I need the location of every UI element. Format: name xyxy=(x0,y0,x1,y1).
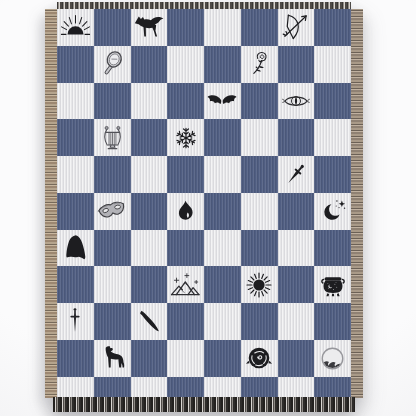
square-r11c6 xyxy=(241,377,278,398)
dagger-icon xyxy=(280,159,311,190)
square-r10c5 xyxy=(204,340,241,377)
square-r3c6 xyxy=(241,83,278,120)
square-r3c5 xyxy=(204,83,241,120)
square-r2c7 xyxy=(278,46,315,83)
square-r7c1 xyxy=(57,230,94,267)
square-r11c7 xyxy=(278,377,315,398)
square-r1c2 xyxy=(94,9,131,46)
square-r11c5 xyxy=(204,377,241,398)
square-r10c6 xyxy=(241,340,278,377)
square-r8c8 xyxy=(314,266,351,303)
square-r10c8 xyxy=(314,340,351,377)
square-r7c4 xyxy=(167,230,204,267)
square-r8c7 xyxy=(278,266,315,303)
square-r8c4 xyxy=(167,266,204,303)
square-r10c4 xyxy=(167,340,204,377)
sword-icon xyxy=(59,305,91,337)
cauldron-icon xyxy=(316,268,350,302)
square-r4c2 xyxy=(94,119,131,156)
square-r9c7 xyxy=(278,303,315,340)
square-r5c6 xyxy=(241,156,278,193)
square-r1c1 xyxy=(57,9,94,46)
square-r1c8 xyxy=(314,9,351,46)
square-r5c2 xyxy=(94,156,131,193)
square-r1c7 xyxy=(278,9,315,46)
square-r4c3 xyxy=(131,119,168,156)
square-r6c1 xyxy=(57,193,94,230)
square-r3c7 xyxy=(278,83,315,120)
square-r9c6 xyxy=(241,303,278,340)
square-r4c1 xyxy=(57,119,94,156)
square-r1c5 xyxy=(204,9,241,46)
product-photo-background xyxy=(0,0,416,416)
square-r8c5 xyxy=(204,266,241,303)
square-r7c2 xyxy=(94,230,131,267)
square-r7c5 xyxy=(204,230,241,267)
rose-stem-icon xyxy=(243,48,275,80)
sun-icon xyxy=(243,269,275,301)
square-r11c8 xyxy=(314,377,351,398)
square-r11c4 xyxy=(167,377,204,398)
square-r2c5 xyxy=(204,46,241,83)
square-r10c3 xyxy=(131,340,168,377)
rising-sun-icon xyxy=(59,11,92,44)
square-r2c6 xyxy=(241,46,278,83)
square-r11c3 xyxy=(131,377,168,398)
square-r6c8 xyxy=(314,193,351,230)
square-r1c4 xyxy=(167,9,204,46)
square-r10c1 xyxy=(57,340,94,377)
square-r2c3 xyxy=(131,46,168,83)
bow-and-arrow-icon xyxy=(279,11,312,44)
square-r1c6 xyxy=(241,9,278,46)
square-r6c4 xyxy=(167,193,204,230)
square-r7c8 xyxy=(314,230,351,267)
square-r7c6 xyxy=(241,230,278,267)
square-r6c2 xyxy=(94,193,131,230)
square-r4c6 xyxy=(241,119,278,156)
fox-icon xyxy=(132,10,166,44)
moon-waves-icon xyxy=(316,342,349,375)
square-r2c2 xyxy=(94,46,131,83)
checkerboard xyxy=(57,9,351,397)
square-r9c8 xyxy=(314,303,351,340)
lyre-icon xyxy=(96,121,129,154)
square-r7c3 xyxy=(131,230,168,267)
square-r2c1 xyxy=(57,46,94,83)
masquerade-mask-icon xyxy=(95,194,129,228)
square-r11c1 xyxy=(57,377,94,398)
square-r5c7 xyxy=(278,156,315,193)
square-r3c8 xyxy=(314,83,351,120)
square-r9c2 xyxy=(94,303,131,340)
square-r8c6 xyxy=(241,266,278,303)
square-r1c3 xyxy=(131,9,168,46)
square-r5c5 xyxy=(204,156,241,193)
square-r4c8 xyxy=(314,119,351,156)
hand-mirror-icon xyxy=(95,47,129,81)
rose-bloom-icon xyxy=(243,342,275,374)
square-r4c7 xyxy=(278,119,315,156)
square-r5c3 xyxy=(131,156,168,193)
square-r3c4 xyxy=(167,83,204,120)
mountains-icon xyxy=(168,268,203,303)
flame-icon xyxy=(172,197,200,225)
square-r3c3 xyxy=(131,83,168,120)
square-r2c4 xyxy=(167,46,204,83)
square-r10c7 xyxy=(278,340,315,377)
bat-wings-icon xyxy=(205,84,239,118)
square-r4c5 xyxy=(204,119,241,156)
crescent-moon-icon xyxy=(317,195,349,227)
cloak-icon xyxy=(59,231,92,264)
fringe-left xyxy=(45,9,57,398)
square-r3c1 xyxy=(57,83,94,120)
square-r10c2 xyxy=(94,340,131,377)
square-r2c8 xyxy=(314,46,351,83)
square-r5c4 xyxy=(167,156,204,193)
square-r7c7 xyxy=(278,230,315,267)
square-r6c3 xyxy=(131,193,168,230)
eye-icon xyxy=(281,86,311,116)
square-r6c5 xyxy=(204,193,241,230)
square-r5c1 xyxy=(57,156,94,193)
fringe-bottom xyxy=(53,397,355,412)
square-r9c1 xyxy=(57,303,94,340)
square-r9c3 xyxy=(131,303,168,340)
wand-icon xyxy=(134,306,164,336)
square-r8c3 xyxy=(131,266,168,303)
woven-blanket xyxy=(45,2,363,412)
snowflake-icon xyxy=(172,124,200,152)
howling-wolf-icon xyxy=(96,342,129,375)
square-r4c4 xyxy=(167,119,204,156)
square-r8c1 xyxy=(57,266,94,303)
square-r6c7 xyxy=(278,193,315,230)
square-r3c2 xyxy=(94,83,131,120)
square-r9c5 xyxy=(204,303,241,340)
fringe-right xyxy=(351,9,363,398)
square-r6c6 xyxy=(241,193,278,230)
fringe-top xyxy=(57,2,351,9)
square-r8c2 xyxy=(94,266,131,303)
square-r5c8 xyxy=(314,156,351,193)
square-r11c2 xyxy=(94,377,131,398)
square-r9c4 xyxy=(167,303,204,340)
